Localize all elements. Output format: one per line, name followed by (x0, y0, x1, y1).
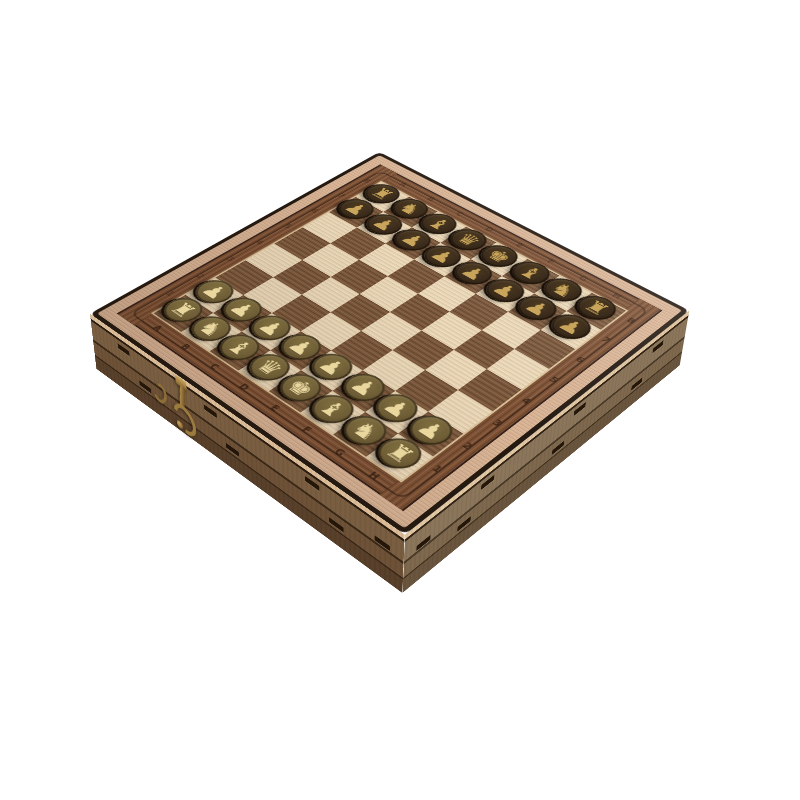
board-top: ABCDEFGH ABCDEFGH 87654321 87654321 ♜♞♝♛… (90, 152, 689, 535)
joint-slot (416, 535, 430, 551)
joint-slot (552, 441, 564, 455)
joint-slot (574, 402, 586, 416)
joint-slot (375, 535, 391, 551)
page-background: ABCDEFGH ABCDEFGH 87654321 87654321 ♜♞♝♛… (0, 0, 800, 800)
joint-slot (631, 378, 642, 391)
latch-hook (169, 403, 201, 437)
square-g4[interactable] (425, 350, 487, 390)
joint-slot (652, 340, 663, 353)
joint-slot (305, 476, 319, 491)
joint-slot (457, 516, 471, 531)
joint-slot (481, 475, 494, 490)
latch-catch (152, 379, 169, 408)
joint-slot (139, 380, 151, 393)
joint-slot (226, 443, 239, 457)
scene-perspective: ABCDEFGH ABCDEFGH 87654321 87654321 ♜♞♝♛… (0, 0, 800, 800)
chess-box: ABCDEFGH ABCDEFGH 87654321 87654321 ♜♞♝♛… (90, 152, 689, 535)
joint-slot (203, 404, 216, 418)
joint-slot (118, 343, 130, 356)
joint-slot (329, 517, 344, 532)
